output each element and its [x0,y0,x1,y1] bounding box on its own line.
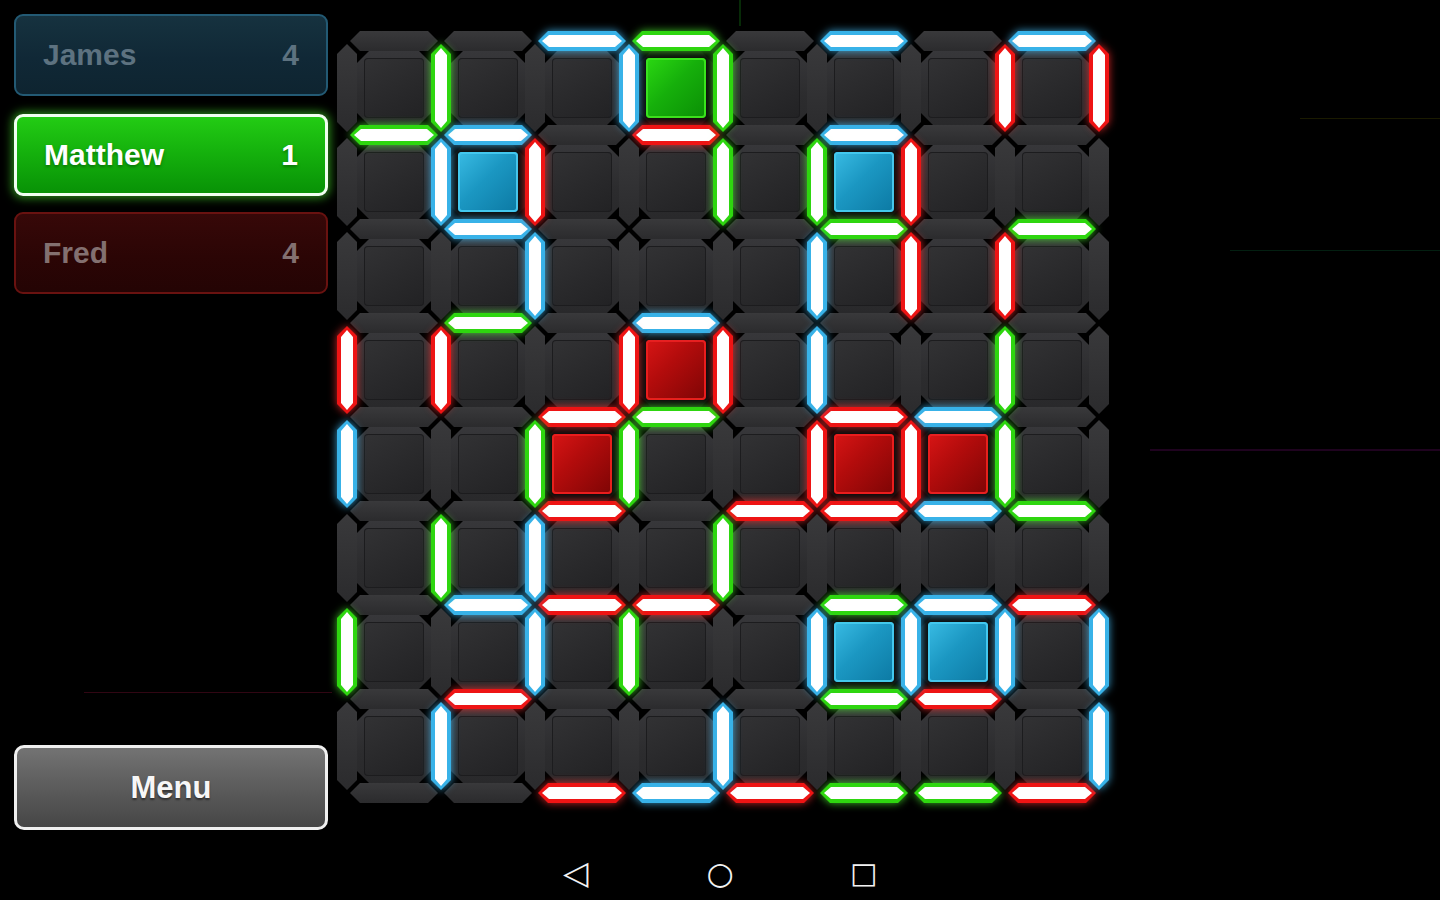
edge-h-r7-c4[interactable] [726,689,814,709]
box-r1-c5-captured-B [827,145,901,219]
box-r6-c1 [451,615,525,689]
edge-h-r3-c1-G [444,313,532,333]
edge-h-r2-c5-G [820,219,908,239]
compression-artifact [1300,118,1440,119]
edge-v-r2-c1[interactable] [431,232,451,320]
edge-v-r2-c5-B [807,232,827,320]
edge-v-r1-c6-R [901,138,921,226]
edge-v-r6-c5-B [807,608,827,696]
edge-v-r7-c7[interactable] [995,702,1015,790]
edge-h-r8-c1[interactable] [444,783,532,803]
edge-h-r6-c5-G [820,595,908,615]
edge-h-r1-c3-R [632,125,720,145]
edge-h-r3-c3-B [632,313,720,333]
box-r3-c3-captured-R [639,333,713,407]
edge-h-r6-c3-R [632,595,720,615]
edge-h-r1-c4[interactable] [726,125,814,145]
compression-artifact [1150,449,1440,451]
compression-artifact [84,692,332,693]
edge-v-r2-c6-R [901,232,921,320]
edge-v-r4-c5-R [807,420,827,508]
edge-v-r0-c1-G [431,44,451,132]
edge-h-r6-c1-B [444,595,532,615]
edge-h-r7-c5-G [820,689,908,709]
box-r0-c0 [357,51,431,125]
edge-v-r0-c6[interactable] [901,44,921,132]
edge-h-r0-c2-B [538,31,626,51]
edge-h-r2-c6[interactable] [914,219,1002,239]
edge-v-r0-c2[interactable] [525,44,545,132]
edge-v-r1-c0[interactable] [337,138,357,226]
edge-v-r6-c2-B [525,608,545,696]
box-r7-c5 [827,709,901,783]
edge-h-r3-c7[interactable] [1008,313,1096,333]
edge-h-r4-c5-R [820,407,908,427]
edge-h-r3-c6[interactable] [914,313,1002,333]
edge-h-r2-c4[interactable] [726,219,814,239]
edge-v-r0-c8-R [1089,44,1109,132]
edge-h-r0-c1[interactable] [444,31,532,51]
edge-h-r7-c1-R [444,689,532,709]
board [337,31,1109,803]
edge-h-r1-c0-G [350,125,438,145]
box-r6-c7 [1015,615,1089,689]
edge-v-r6-c7-B [995,608,1015,696]
box-r4-c6-captured-R [921,427,995,501]
edge-v-r2-c3[interactable] [619,232,639,320]
edge-h-r8-c5-G [820,783,908,803]
edge-v-r0-c0[interactable] [337,44,357,132]
edge-v-r2-c8[interactable] [1089,232,1109,320]
edge-v-r5-c5[interactable] [807,514,827,602]
box-r2-c4 [733,239,807,313]
edge-v-r7-c1-B [431,702,451,790]
player-panel-fred: Fred 4 [14,212,328,294]
edge-h-r3-c0[interactable] [350,313,438,333]
edge-h-r0-c7-B [1008,31,1096,51]
edge-v-r1-c4-G [713,138,733,226]
box-r6-c4 [733,615,807,689]
edge-v-r3-c3-R [619,326,639,414]
box-r3-c1 [451,333,525,407]
edge-h-r3-c5[interactable] [820,313,908,333]
edge-h-r2-c2[interactable] [538,219,626,239]
box-r3-c6 [921,333,995,407]
box-r3-c4 [733,333,807,407]
edge-v-r4-c1[interactable] [431,420,451,508]
edge-v-r3-c4-R [713,326,733,414]
edge-v-r4-c8[interactable] [1089,420,1109,508]
edge-v-r2-c4[interactable] [713,232,733,320]
box-r7-c6 [921,709,995,783]
box-r2-c7 [1015,239,1089,313]
edge-h-r7-c0[interactable] [350,689,438,709]
edge-h-r6-c0[interactable] [350,595,438,615]
edge-h-r2-c7-G [1008,219,1096,239]
edge-h-r4-c6-B [914,407,1002,427]
box-r5-c6 [921,521,995,595]
compression-artifact [1230,250,1440,251]
edge-v-r1-c1-B [431,138,451,226]
edge-h-r1-c2[interactable] [538,125,626,145]
menu-button-label: Menu [131,770,212,806]
box-r4-c4 [733,427,807,501]
edge-h-r1-c1-B [444,125,532,145]
box-r1-c1-captured-B [451,145,525,219]
edge-v-r3-c8[interactable] [1089,326,1109,414]
edge-v-r0-c4-G [713,44,733,132]
edge-h-r2-c3[interactable] [632,219,720,239]
box-r7-c4 [733,709,807,783]
compression-artifact [739,0,741,26]
edge-v-r2-c7-R [995,232,1015,320]
box-r6-c0 [357,615,431,689]
edge-v-r1-c3[interactable] [619,138,639,226]
edge-v-r7-c4-B [713,702,733,790]
edge-v-r6-c6-B [901,608,921,696]
edge-h-r5-c7-G [1008,501,1096,521]
player-name: James [43,38,136,72]
edge-v-r4-c0-B [337,420,357,508]
edge-v-r5-c3[interactable] [619,514,639,602]
edge-v-r5-c8[interactable] [1089,514,1109,602]
box-r7-c1 [451,709,525,783]
box-r7-c2 [545,709,619,783]
box-r4-c1 [451,427,525,501]
edge-v-r1-c2-R [525,138,545,226]
edge-h-r8-c2-R [538,783,626,803]
edge-v-r0-c5[interactable] [807,44,827,132]
edge-v-r7-c3[interactable] [619,702,639,790]
box-r0-c7 [1015,51,1089,125]
edge-v-r4-c6-R [901,420,921,508]
edge-v-r3-c1-R [431,326,451,414]
edge-v-r4-c2-G [525,420,545,508]
edge-v-r3-c7-G [995,326,1015,414]
box-r2-c6 [921,239,995,313]
edge-h-r8-c7-R [1008,783,1096,803]
box-r5-c0 [357,521,431,595]
recents-icon[interactable]: □ [844,848,884,900]
edge-h-r0-c6[interactable] [914,31,1002,51]
box-r2-c5 [827,239,901,313]
edge-v-r6-c4[interactable] [713,608,733,696]
edge-h-r3-c2[interactable] [538,313,626,333]
edge-h-r7-c2[interactable] [538,689,626,709]
edge-h-r5-c1[interactable] [444,501,532,521]
edge-h-r1-c6[interactable] [914,125,1002,145]
edge-h-r2-c1-B [444,219,532,239]
box-r6-c2 [545,615,619,689]
edge-h-r4-c4[interactable] [726,407,814,427]
edge-h-r2-c0[interactable] [350,219,438,239]
edge-h-r1-c7[interactable] [1008,125,1096,145]
edge-h-r6-c4[interactable] [726,595,814,615]
edge-v-r3-c5-B [807,326,827,414]
edge-h-r8-c4-R [726,783,814,803]
edge-v-r6-c1[interactable] [431,608,451,696]
box-r3-c7 [1015,333,1089,407]
box-r6-c3 [639,615,713,689]
box-r0-c2 [545,51,619,125]
box-r5-c3 [639,521,713,595]
edge-h-r5-c3[interactable] [632,501,720,521]
box-r5-c5 [827,521,901,595]
edge-v-r1-c5-G [807,138,827,226]
box-r7-c0 [357,709,431,783]
player-name: Matthew [44,138,164,172]
android-nav-bar: ◁ ○ □ [0,848,1440,900]
box-r1-c0 [357,145,431,219]
box-r5-c2 [545,521,619,595]
box-r5-c1 [451,521,525,595]
box-r0-c4 [733,51,807,125]
menu-button[interactable]: Menu [14,745,328,830]
edge-v-r2-c2-B [525,232,545,320]
box-r5-c4 [733,521,807,595]
edge-v-r4-c3-G [619,420,639,508]
edge-v-r1-c7[interactable] [995,138,1015,226]
edge-v-r3-c6[interactable] [901,326,921,414]
dots-and-boxes-app: { "game": "dots-and-boxes", "board": { "… [0,0,1440,900]
edge-h-r7-c7[interactable] [1008,689,1096,709]
box-r4-c2-captured-R [545,427,619,501]
edge-h-r4-c0[interactable] [350,407,438,427]
edge-v-r5-c7[interactable] [995,514,1015,602]
edge-v-r5-c0[interactable] [337,514,357,602]
edge-v-r3-c0-R [337,326,357,414]
box-r7-c3 [639,709,713,783]
edge-v-r6-c3-G [619,608,639,696]
edge-h-r7-c3[interactable] [632,689,720,709]
edge-v-r7-c5[interactable] [807,702,827,790]
edge-v-r1-c8[interactable] [1089,138,1109,226]
player-panel-matthew-active: Matthew 1 [14,114,328,196]
edge-h-r0-c0[interactable] [350,31,438,51]
edge-v-r7-c2[interactable] [525,702,545,790]
edge-v-r5-c1-G [431,514,451,602]
edge-h-r8-c3-B [632,783,720,803]
box-r2-c2 [545,239,619,313]
edge-v-r0-c7-R [995,44,1015,132]
box-r4-c7 [1015,427,1089,501]
edge-h-r7-c6-R [914,689,1002,709]
box-r6-c6-captured-B [921,615,995,689]
edge-v-r7-c0[interactable] [337,702,357,790]
edge-h-r5-c0[interactable] [350,501,438,521]
box-r0-c6 [921,51,995,125]
edge-v-r4-c7-G [995,420,1015,508]
edge-h-r0-c5-B [820,31,908,51]
edge-h-r6-c7-R [1008,595,1096,615]
box-r3-c2 [545,333,619,407]
edge-h-r6-c6-B [914,595,1002,615]
box-r3-c0 [357,333,431,407]
box-r1-c2 [545,145,619,219]
edge-h-r6-c2-R [538,595,626,615]
box-r5-c7 [1015,521,1089,595]
edge-v-r7-c6[interactable] [901,702,921,790]
edge-h-r0-c3-G [632,31,720,51]
edge-v-r3-c2[interactable] [525,326,545,414]
player-panel-james: James 4 [14,14,328,96]
back-icon[interactable]: ◁ [556,848,596,900]
edge-h-r4-c2-R [538,407,626,427]
edge-h-r0-c4[interactable] [726,31,814,51]
edge-h-r3-c4[interactable] [726,313,814,333]
box-r4-c5-captured-R [827,427,901,501]
box-r0-c1 [451,51,525,125]
edge-h-r5-c5-R [820,501,908,521]
edge-h-r5-c6-B [914,501,1002,521]
box-r1-c3 [639,145,713,219]
box-r3-c5 [827,333,901,407]
edge-v-r5-c4-G [713,514,733,602]
player-score: 1 [281,138,298,172]
box-r1-c4 [733,145,807,219]
edge-h-r8-c6-G [914,783,1002,803]
edge-h-r1-c5-B [820,125,908,145]
box-r0-c3-captured-G [639,51,713,125]
player-score: 4 [282,38,299,72]
box-r7-c7 [1015,709,1089,783]
edge-v-r5-c2-B [525,514,545,602]
edge-h-r4-c7[interactable] [1008,407,1096,427]
box-r2-c1 [451,239,525,313]
edge-h-r4-c3-G [632,407,720,427]
player-name: Fred [43,236,108,270]
edge-h-r4-c1[interactable] [444,407,532,427]
box-r4-c0 [357,427,431,501]
box-r0-c5 [827,51,901,125]
edge-h-r5-c4-R [726,501,814,521]
edge-v-r6-c8-B [1089,608,1109,696]
box-r4-c3 [639,427,713,501]
player-score: 4 [282,236,299,270]
box-r2-c0 [357,239,431,313]
box-r6-c5-captured-B [827,615,901,689]
edge-v-r2-c0[interactable] [337,232,357,320]
edge-v-r0-c3-B [619,44,639,132]
home-icon[interactable]: ○ [700,848,740,900]
edge-v-r4-c4[interactable] [713,420,733,508]
box-r1-c6 [921,145,995,219]
edge-v-r6-c0-G [337,608,357,696]
box-r1-c7 [1015,145,1089,219]
edge-h-r5-c2-R [538,501,626,521]
edge-h-r8-c0[interactable] [350,783,438,803]
edge-v-r5-c6[interactable] [901,514,921,602]
box-r2-c3 [639,239,713,313]
edge-v-r7-c8-B [1089,702,1109,790]
